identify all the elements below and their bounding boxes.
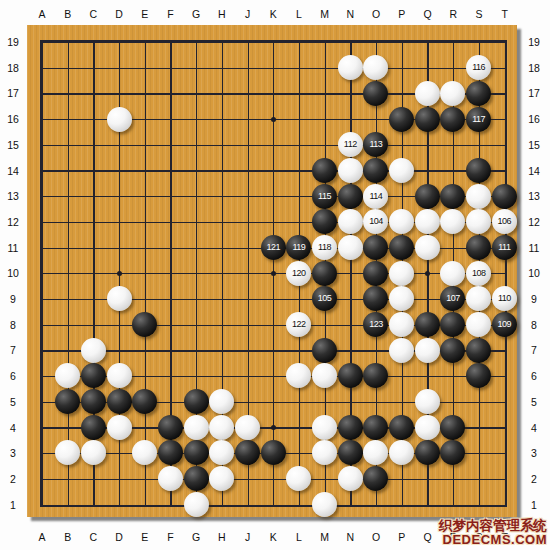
stone-black-R13 [440,184,465,209]
row-label-9: 9 [10,293,16,305]
row-label-11: 11 [529,242,540,254]
row-label-19: 19 [7,36,19,48]
stone-white-C3 [81,440,106,465]
column-label-L: L [296,531,302,543]
watermark-line2: DEDECMS.COM [439,533,547,547]
column-label-D: D [115,8,123,20]
watermark: 织梦内容管理系统 DEDECMS.COM [439,519,547,547]
stone-white-M11: 118 [312,235,337,260]
stone-black-O2 [363,466,388,491]
stone-white-Q4 [415,415,440,440]
row-label-17: 17 [528,87,540,99]
stone-white-G4 [184,415,209,440]
stone-white-T12: 106 [492,209,517,234]
stone-white-N14 [338,158,363,183]
row-label-12: 12 [528,216,540,228]
stone-black-C6 [81,363,106,388]
row-label-16: 16 [7,113,19,125]
stone-white-P14 [389,158,414,183]
stone-white-D4 [107,415,132,440]
stone-black-B5 [55,389,80,414]
stone-white-C7 [81,338,106,363]
column-label-H: H [218,531,226,543]
row-label-18: 18 [7,62,19,74]
stone-white-L6 [286,363,311,388]
row-label-4: 4 [10,422,16,434]
row-label-18: 18 [528,62,540,74]
stone-white-M4 [312,415,337,440]
column-label-E: E [141,8,148,20]
stone-black-S16: 117 [466,107,491,132]
stone-black-C5 [81,389,106,414]
column-label-S: S [475,8,482,20]
stone-white-H5 [209,389,234,414]
row-label-16: 16 [528,113,540,125]
stone-black-K11: 121 [261,235,286,260]
stone-white-M1 [312,492,337,517]
stone-black-N13 [338,184,363,209]
row-label-8: 8 [531,319,537,331]
move-number: 118 [318,243,331,252]
column-label-A: A [38,8,45,20]
stone-black-G5 [184,389,209,414]
column-label-Q: Q [423,531,431,543]
star-point-K4 [271,425,276,430]
stone-black-C4 [81,415,106,440]
stone-white-Q17 [415,81,440,106]
stone-white-P8 [389,312,414,337]
stone-white-F2 [158,466,183,491]
stone-white-N15: 112 [338,132,363,157]
stone-black-S17 [466,81,491,106]
move-number: 111 [498,243,510,252]
column-label-F: F [167,531,173,543]
watermark-line1: 织梦内容管理系统 [439,519,547,533]
row-label-13: 13 [528,190,540,202]
row-label-10: 10 [7,267,19,279]
stone-white-B6 [55,363,80,388]
go-diagram-page: ABCDEFGHJKLMNOPQRST ABCDEFGHJKLMNOPQRST … [0,0,550,550]
stone-white-P3 [389,440,414,465]
column-label-C: C [90,8,98,20]
stone-white-S8 [466,312,491,337]
stone-white-O3 [363,440,388,465]
stone-black-O11 [363,235,388,260]
stone-white-Q11 [415,235,440,260]
stone-white-P9 [389,286,414,311]
stone-black-R4 [440,415,465,440]
row-label-7: 7 [10,344,16,356]
stone-white-O13: 114 [363,184,388,209]
stone-white-P12 [389,209,414,234]
row-label-19: 19 [528,36,540,48]
column-label-D: D [115,531,123,543]
row-label-7: 7 [531,344,537,356]
star-point-D10 [117,271,122,276]
stone-white-Q12 [415,209,440,234]
stone-white-E3 [132,440,157,465]
row-label-6: 6 [10,370,16,382]
stone-white-J4 [235,415,260,440]
row-label-9: 9 [531,293,537,305]
column-label-G: G [192,531,200,543]
move-number: 123 [369,320,383,329]
row-label-5: 5 [531,396,537,408]
row-label-2: 2 [531,473,537,485]
stone-white-M6 [312,363,337,388]
go-board[interactable]: 1161171121131151141041061211191181111201… [27,25,517,517]
column-label-R: R [449,8,457,20]
stone-black-O4 [363,415,388,440]
stone-black-O8: 123 [363,312,388,337]
stone-black-S14 [466,158,491,183]
column-label-F: F [167,8,173,20]
stone-black-M9: 105 [312,286,337,311]
column-label-M: M [320,531,329,543]
stone-black-P4 [389,415,414,440]
column-label-O: O [372,8,380,20]
stone-black-O9 [363,286,388,311]
star-point-Q10 [425,271,430,276]
stone-white-O12: 104 [363,209,388,234]
stone-black-O17 [363,81,388,106]
column-label-G: G [192,8,200,20]
stone-white-S18: 116 [466,55,491,80]
row-label-1: 1 [10,499,16,511]
row-label-10: 10 [528,267,540,279]
stone-black-F4 [158,415,183,440]
stone-white-M3 [312,440,337,465]
row-label-8: 8 [10,319,16,331]
stone-black-R7 [440,338,465,363]
column-label-P: P [398,8,405,20]
stone-black-S6 [466,363,491,388]
stone-black-Q8 [415,312,440,337]
stone-white-L10: 120 [286,261,311,286]
star-point-K16 [271,117,276,122]
stone-white-N12 [338,209,363,234]
stone-black-L11: 119 [286,235,311,260]
row-label-12: 12 [7,216,19,228]
move-number: 109 [498,320,512,329]
star-point-K10 [271,271,276,276]
move-number: 113 [369,140,382,149]
row-label-6: 6 [531,370,537,382]
move-number: 112 [344,140,357,149]
stone-white-S12 [466,209,491,234]
row-label-17: 17 [7,87,19,99]
stone-black-M14 [312,158,337,183]
row-label-11: 11 [8,242,19,254]
column-label-M: M [320,8,329,20]
move-number: 117 [472,115,485,124]
stone-black-T13 [492,184,517,209]
stone-white-H3 [209,440,234,465]
row-label-1: 1 [531,499,537,511]
move-number: 122 [292,320,306,329]
stone-black-E8 [132,312,157,337]
stone-black-T11: 111 [492,235,517,260]
stone-black-M10 [312,261,337,286]
column-label-T: T [501,8,507,20]
move-number: 121 [266,243,280,252]
stone-white-L2 [286,466,311,491]
stone-black-Q13 [415,184,440,209]
row-label-4: 4 [531,422,537,434]
stone-white-R10 [440,261,465,286]
move-number: 106 [498,217,512,226]
stone-white-D16 [107,107,132,132]
stone-white-P7 [389,338,414,363]
column-label-E: E [141,531,148,543]
row-label-3: 3 [531,447,537,459]
stone-black-T8: 109 [492,312,517,337]
stone-black-Q3 [415,440,440,465]
column-label-J: J [245,8,250,20]
move-number: 120 [292,269,306,278]
column-label-Q: Q [423,8,431,20]
stone-white-S10: 108 [466,261,491,286]
stone-white-T9: 110 [492,286,517,311]
row-label-3: 3 [10,447,16,459]
row-label-15: 15 [7,139,19,151]
stone-black-O14 [363,158,388,183]
stone-white-O18 [363,55,388,80]
column-label-C: C [90,531,98,543]
column-label-P: P [398,531,405,543]
stone-white-N2 [338,466,363,491]
column-label-N: N [347,8,355,20]
stone-white-S9 [466,286,491,311]
column-label-L: L [296,8,302,20]
stone-white-Q5 [415,389,440,414]
stone-black-N4 [338,415,363,440]
row-label-14: 14 [7,165,19,177]
move-number: 116 [472,63,485,72]
stone-black-O6 [363,363,388,388]
move-number: 108 [472,269,486,278]
stone-black-M13: 115 [312,184,337,209]
stone-black-R16 [440,107,465,132]
stone-black-R3 [440,440,465,465]
stone-white-P10 [389,261,414,286]
move-number: 110 [498,294,511,303]
row-label-2: 2 [10,473,16,485]
stone-black-F3 [158,440,183,465]
row-label-14: 14 [528,165,540,177]
stone-black-G3 [184,440,209,465]
stone-black-M7 [312,338,337,363]
stone-black-O10 [363,261,388,286]
stone-white-S13 [466,184,491,209]
column-label-K: K [270,531,277,543]
stone-white-H4 [209,415,234,440]
stone-black-E5 [132,389,157,414]
stone-white-B3 [55,440,80,465]
row-label-13: 13 [7,190,19,202]
stone-black-R9: 107 [440,286,465,311]
stone-white-D9 [107,286,132,311]
stone-black-G2 [184,466,209,491]
stone-white-N11 [338,235,363,260]
stone-black-K3 [261,440,286,465]
stone-white-R12 [440,209,465,234]
stone-black-O15: 113 [363,132,388,157]
stone-black-R8 [440,312,465,337]
stone-white-H2 [209,466,234,491]
move-number: 114 [369,192,382,201]
move-number: 104 [369,217,383,226]
move-number: 115 [318,192,331,201]
row-label-5: 5 [10,396,16,408]
move-number: 107 [446,294,460,303]
column-label-B: B [64,531,71,543]
column-label-B: B [64,8,71,20]
column-label-O: O [372,531,380,543]
column-label-J: J [245,531,250,543]
row-label-15: 15 [528,139,540,151]
board-stones-grid: 1161171121131151141041061211191181111201… [29,29,517,517]
stone-white-D6 [107,363,132,388]
column-label-A: A [38,531,45,543]
stone-black-S11 [466,235,491,260]
stone-black-P16 [389,107,414,132]
stone-white-G1 [184,492,209,517]
stone-black-Q16 [415,107,440,132]
stone-black-D5 [107,389,132,414]
stone-white-R17 [440,81,465,106]
column-label-K: K [270,8,277,20]
stone-white-N18 [338,55,363,80]
column-label-H: H [218,8,226,20]
move-number: 105 [318,294,332,303]
stone-black-M12 [312,209,337,234]
stone-black-N6 [338,363,363,388]
stone-black-P11 [389,235,414,260]
stone-black-S7 [466,338,491,363]
stone-black-J3 [235,440,260,465]
move-number: 119 [292,243,305,252]
stone-white-Q7 [415,338,440,363]
stone-black-N3 [338,440,363,465]
column-label-N: N [347,531,355,543]
stone-white-L8: 122 [286,312,311,337]
